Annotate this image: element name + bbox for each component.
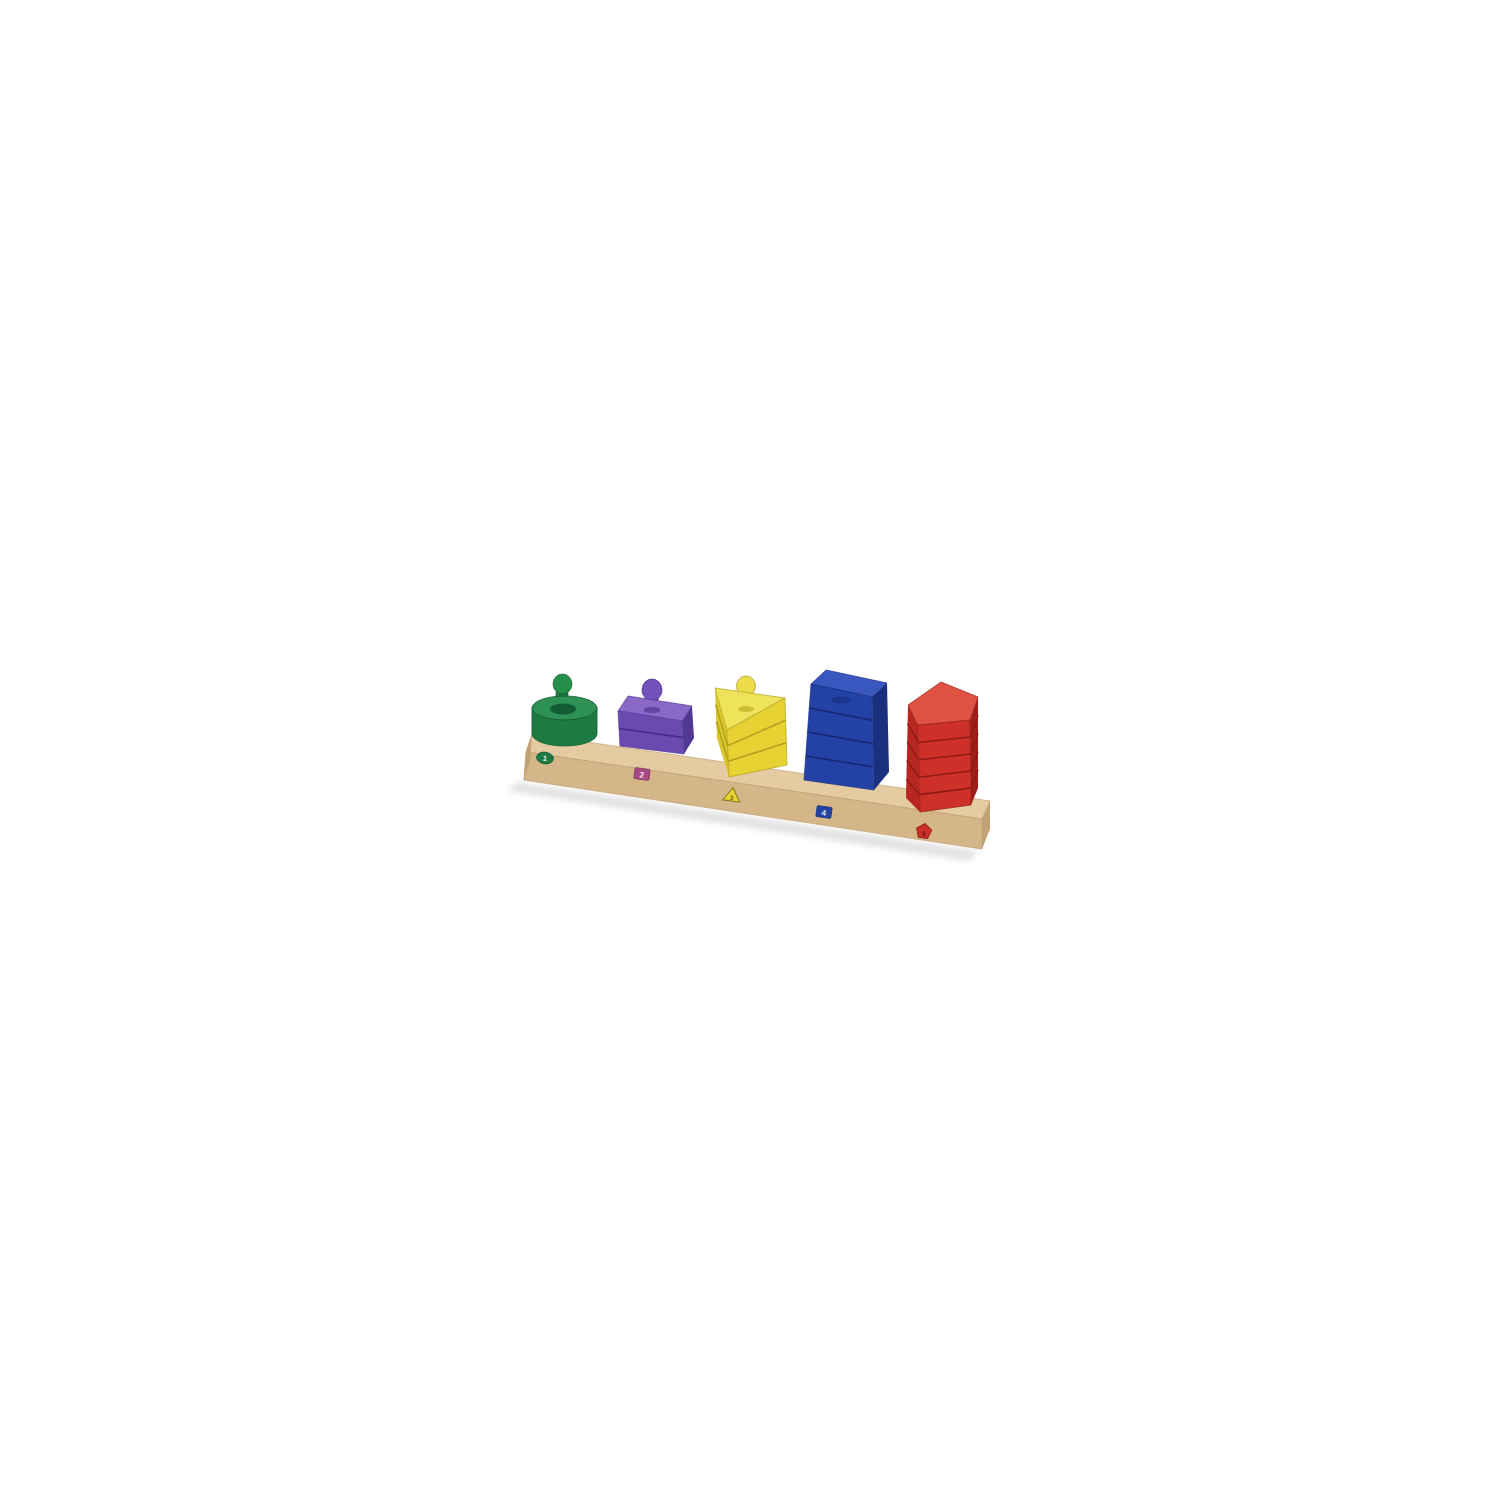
label-2-square: 2 [634,768,650,781]
ring-hole [550,704,576,715]
blue-peg-base [831,696,851,703]
stack-5-red-pentagons[interactable] [906,682,978,812]
triangle-pieces-yellow[interactable] [715,688,787,777]
pentagon-pieces-red[interactable] [906,682,978,812]
product-photo-background: 1 2 3 4 5 [0,0,1500,1500]
stack-3-yellow-triangles[interactable] [715,676,787,777]
stack-1-green-circle[interactable] [532,674,597,746]
ring-piece-green[interactable] [532,696,597,746]
square-pieces-blue[interactable] [804,670,889,790]
square-pieces-purple[interactable] [618,696,694,754]
label-4-square: 4 [816,806,832,819]
stack-and-sort-toy: 1 2 3 4 5 [500,620,1020,880]
red-front-face [918,720,971,812]
stack-2-purple-squares[interactable] [618,679,694,754]
red-top-face [908,682,978,725]
toy-illustration: 1 2 3 4 5 [500,620,1020,880]
blue-right-face [872,683,889,790]
stack-4-blue-squares[interactable] [804,670,889,790]
yellow-peg-base [738,706,754,712]
purple-peg-base [644,707,661,713]
